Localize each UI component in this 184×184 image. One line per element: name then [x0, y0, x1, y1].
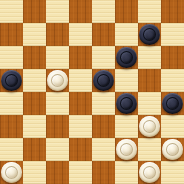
board-square[interactable] [161, 92, 184, 115]
board-square [115, 23, 138, 46]
board-square [69, 69, 92, 92]
board-square[interactable] [115, 92, 138, 115]
board-square [138, 0, 161, 23]
board-square [23, 23, 46, 46]
board-square[interactable] [46, 161, 69, 184]
board-square[interactable] [46, 69, 69, 92]
board-square [23, 115, 46, 138]
board-square[interactable] [69, 0, 92, 23]
board-square[interactable] [92, 115, 115, 138]
board-square[interactable] [138, 23, 161, 46]
board-square[interactable] [0, 161, 23, 184]
board-square[interactable] [138, 161, 161, 184]
board-square[interactable] [92, 161, 115, 184]
board-square[interactable] [46, 115, 69, 138]
black-man[interactable] [116, 93, 137, 114]
board-square [138, 138, 161, 161]
board-square [92, 92, 115, 115]
board-square[interactable] [0, 69, 23, 92]
board-square[interactable] [0, 23, 23, 46]
board-square[interactable] [23, 0, 46, 23]
board-square [161, 115, 184, 138]
board-square [161, 161, 184, 184]
board-square[interactable] [69, 46, 92, 69]
board-square[interactable] [115, 138, 138, 161]
board-square [69, 23, 92, 46]
white-man[interactable] [139, 162, 160, 183]
board-square [115, 115, 138, 138]
board-square[interactable] [161, 46, 184, 69]
board-square[interactable] [92, 23, 115, 46]
board-square [46, 46, 69, 69]
board-square [138, 92, 161, 115]
board-square [0, 46, 23, 69]
board-square [69, 161, 92, 184]
board-square [46, 0, 69, 23]
board-square [46, 92, 69, 115]
board-square[interactable] [92, 69, 115, 92]
board-square[interactable] [115, 46, 138, 69]
board-square [161, 23, 184, 46]
board-square [92, 138, 115, 161]
board-square [46, 138, 69, 161]
board-square [0, 92, 23, 115]
white-man[interactable] [162, 139, 183, 160]
white-man[interactable] [47, 70, 68, 91]
board-square [23, 161, 46, 184]
board-square[interactable] [69, 138, 92, 161]
black-man[interactable] [116, 47, 137, 68]
checkers-board [0, 0, 184, 184]
board-square[interactable] [0, 115, 23, 138]
black-man[interactable] [1, 70, 22, 91]
board-square [23, 69, 46, 92]
board-square [138, 46, 161, 69]
board-square [115, 69, 138, 92]
board-square [161, 69, 184, 92]
board-square[interactable] [138, 69, 161, 92]
white-man[interactable] [1, 162, 22, 183]
board-square[interactable] [23, 46, 46, 69]
board-square[interactable] [46, 23, 69, 46]
board-square[interactable] [23, 92, 46, 115]
board-square [92, 46, 115, 69]
board-square[interactable] [161, 138, 184, 161]
white-man[interactable] [139, 116, 160, 137]
black-man[interactable] [139, 24, 160, 45]
board-square[interactable] [23, 138, 46, 161]
board-square[interactable] [69, 92, 92, 115]
black-man[interactable] [162, 93, 183, 114]
board-square [92, 0, 115, 23]
board-square [0, 0, 23, 23]
board-square [115, 161, 138, 184]
board-square[interactable] [138, 115, 161, 138]
board-square [0, 138, 23, 161]
board-square[interactable] [161, 0, 184, 23]
black-man[interactable] [93, 70, 114, 91]
board-square[interactable] [115, 0, 138, 23]
white-man[interactable] [116, 139, 137, 160]
board-square [69, 115, 92, 138]
